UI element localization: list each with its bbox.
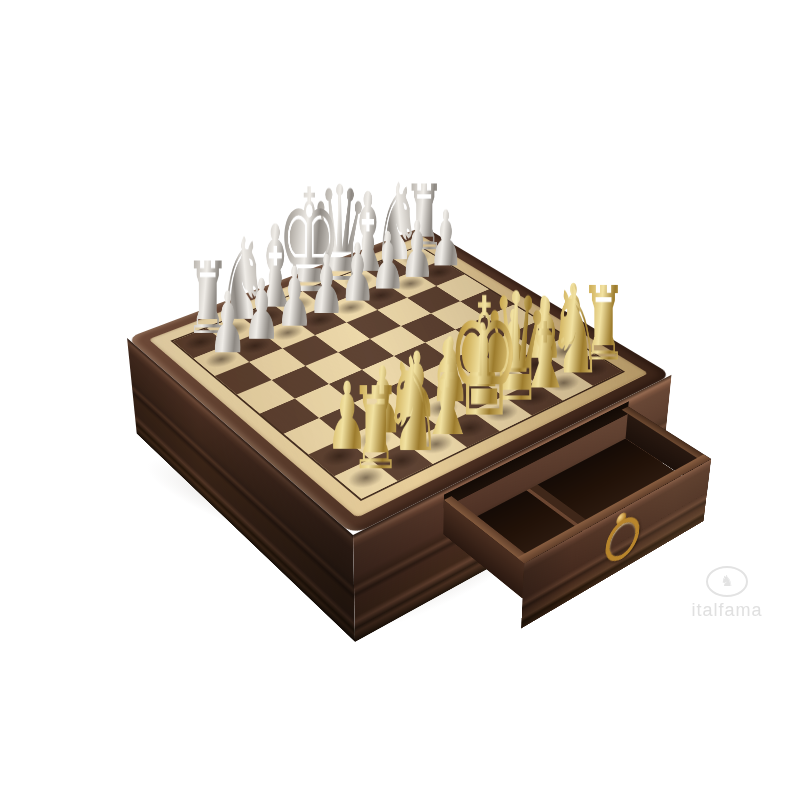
watermark: ♞ italfama xyxy=(672,566,782,621)
perspective-stage: ♜♞♝♚♛♝♞♜♟♟♟♟♟♟♟♟♟♟♟♟♟♟♟♟♜♞♝♚♛♝♞♜ xyxy=(0,0,800,800)
square-h1: ♜ xyxy=(334,459,397,499)
watermark-text: italfama xyxy=(672,600,782,621)
logo-glyph: ♞ xyxy=(720,574,733,589)
white-rook-h1: ♜ xyxy=(333,373,418,487)
italfama-logo-icon: ♞ xyxy=(706,566,748,597)
black-pawn-h7: ♟ xyxy=(190,280,266,365)
product-photo: ♜♞♝♚♛♝♞♜♟♟♟♟♟♟♟♟♟♟♟♟♟♟♟♟♜♞♝♚♛♝♞♜ ♞ italf… xyxy=(0,0,800,800)
